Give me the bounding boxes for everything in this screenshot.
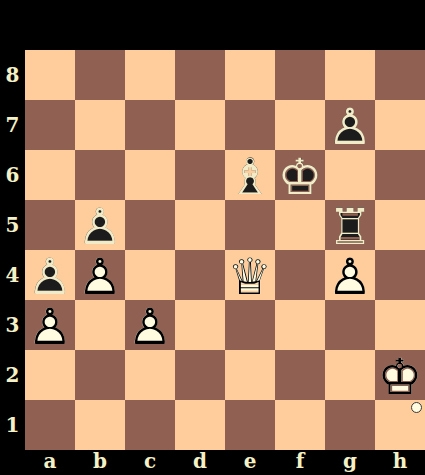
square-a5[interactable]: [25, 200, 75, 250]
square-f1[interactable]: [275, 400, 325, 450]
square-c1[interactable]: [125, 400, 175, 450]
square-h7[interactable]: [375, 100, 425, 150]
square-b1[interactable]: [75, 400, 125, 450]
square-a6[interactable]: [25, 150, 75, 200]
square-f8[interactable]: [275, 50, 325, 100]
file-label-f: f: [275, 450, 325, 475]
square-d8[interactable]: [175, 50, 225, 100]
piece-white-pawn[interactable]: ♟♙: [25, 300, 75, 350]
board: ♟♙♝♗♚♔♟♙♜♖♟♙♟♙♛♕♟♙♟♙♟♙♚♔: [25, 50, 425, 450]
square-g4[interactable]: ♟♙: [325, 250, 375, 300]
square-g1[interactable]: [325, 400, 375, 450]
square-b6[interactable]: [75, 150, 125, 200]
rank-labels: 87654321: [0, 50, 25, 450]
file-label-h: h: [375, 450, 425, 475]
square-e6[interactable]: ♝♗: [225, 150, 275, 200]
square-a4[interactable]: ♟♙: [25, 250, 75, 300]
square-b7[interactable]: [75, 100, 125, 150]
square-c5[interactable]: [125, 200, 175, 250]
black-pawn-outline-glyph: ♙: [75, 202, 125, 252]
black-rook-outline-glyph: ♖: [325, 202, 375, 252]
square-b3[interactable]: [75, 300, 125, 350]
square-d6[interactable]: [175, 150, 225, 200]
square-e2[interactable]: [225, 350, 275, 400]
square-a3[interactable]: ♟♙: [25, 300, 75, 350]
piece-white-king[interactable]: ♚♔: [375, 350, 425, 400]
square-h4[interactable]: [375, 250, 425, 300]
square-e8[interactable]: [225, 50, 275, 100]
black-pawn-outline-glyph: ♙: [25, 252, 75, 302]
piece-black-bishop[interactable]: ♝♗: [225, 150, 275, 200]
white-to-move-indicator: [411, 402, 422, 413]
square-f6[interactable]: ♚♔: [275, 150, 325, 200]
square-f2[interactable]: [275, 350, 325, 400]
square-h2[interactable]: ♚♔: [375, 350, 425, 400]
square-d2[interactable]: [175, 350, 225, 400]
square-b4[interactable]: ♟♙: [75, 250, 125, 300]
square-f4[interactable]: [275, 250, 325, 300]
white-pawn-outline-glyph: ♙: [325, 252, 375, 302]
black-pawn-outline-glyph: ♙: [325, 102, 375, 152]
square-e1[interactable]: [225, 400, 275, 450]
rank-label-2: 2: [0, 350, 25, 400]
file-labels: abcdefgh: [25, 450, 425, 475]
rank-label-8: 8: [0, 50, 25, 100]
piece-white-pawn[interactable]: ♟♙: [75, 250, 125, 300]
square-g5[interactable]: ♜♖: [325, 200, 375, 250]
piece-white-pawn[interactable]: ♟♙: [325, 250, 375, 300]
file-label-b: b: [75, 450, 125, 475]
piece-white-queen[interactable]: ♛♕: [225, 250, 275, 300]
piece-white-pawn[interactable]: ♟♙: [125, 300, 175, 350]
square-c6[interactable]: [125, 150, 175, 200]
square-g7[interactable]: ♟♙: [325, 100, 375, 150]
square-e4[interactable]: ♛♕: [225, 250, 275, 300]
rank-label-3: 3: [0, 300, 25, 350]
chess-diagram: 87654321 ♟♙♝♗♚♔♟♙♜♖♟♙♟♙♛♕♟♙♟♙♟♙♚♔ abcdef…: [0, 0, 425, 475]
square-b5[interactable]: ♟♙: [75, 200, 125, 250]
square-d3[interactable]: [175, 300, 225, 350]
square-d4[interactable]: [175, 250, 225, 300]
square-f3[interactable]: [275, 300, 325, 350]
file-label-a: a: [25, 450, 75, 475]
white-pawn-outline-glyph: ♙: [75, 252, 125, 302]
file-label-d: d: [175, 450, 225, 475]
rank-label-5: 5: [0, 200, 25, 250]
square-h6[interactable]: [375, 150, 425, 200]
square-g2[interactable]: [325, 350, 375, 400]
square-a8[interactable]: [25, 50, 75, 100]
black-king-outline-glyph: ♔: [275, 152, 325, 202]
file-label-g: g: [325, 450, 375, 475]
rank-label-7: 7: [0, 100, 25, 150]
piece-black-king[interactable]: ♚♔: [275, 150, 325, 200]
square-h8[interactable]: [375, 50, 425, 100]
white-king-outline-glyph: ♔: [375, 352, 425, 402]
square-c4[interactable]: [125, 250, 175, 300]
square-g8[interactable]: [325, 50, 375, 100]
square-f7[interactable]: [275, 100, 325, 150]
black-bishop-outline-glyph: ♗: [225, 152, 275, 202]
white-pawn-outline-glyph: ♙: [125, 302, 175, 352]
square-b2[interactable]: [75, 350, 125, 400]
square-h5[interactable]: [375, 200, 425, 250]
file-label-e: e: [225, 450, 275, 475]
square-a7[interactable]: [25, 100, 75, 150]
rank-label-1: 1: [0, 400, 25, 450]
square-a2[interactable]: [25, 350, 75, 400]
square-d7[interactable]: [175, 100, 225, 150]
piece-black-pawn[interactable]: ♟♙: [325, 100, 375, 150]
square-a1[interactable]: [25, 400, 75, 450]
square-e7[interactable]: [225, 100, 275, 150]
square-e3[interactable]: [225, 300, 275, 350]
square-c3[interactable]: ♟♙: [125, 300, 175, 350]
square-b8[interactable]: [75, 50, 125, 100]
rank-label-4: 4: [0, 250, 25, 300]
rank-label-6: 6: [0, 150, 25, 200]
square-g3[interactable]: [325, 300, 375, 350]
square-c2[interactable]: [125, 350, 175, 400]
square-c7[interactable]: [125, 100, 175, 150]
square-f5[interactable]: [275, 200, 325, 250]
file-label-c: c: [125, 450, 175, 475]
white-pawn-outline-glyph: ♙: [25, 302, 75, 352]
piece-black-pawn[interactable]: ♟♙: [75, 200, 125, 250]
square-g6[interactable]: [325, 150, 375, 200]
piece-black-pawn[interactable]: ♟♙: [25, 250, 75, 300]
white-queen-outline-glyph: ♕: [225, 252, 275, 302]
square-c8[interactable]: [125, 50, 175, 100]
square-e5[interactable]: [225, 200, 275, 250]
square-d5[interactable]: [175, 200, 225, 250]
square-d1[interactable]: [175, 400, 225, 450]
square-h3[interactable]: [375, 300, 425, 350]
piece-black-rook[interactable]: ♜♖: [325, 200, 375, 250]
